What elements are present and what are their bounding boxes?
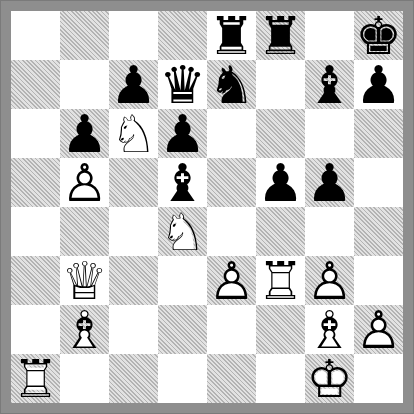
square-c2[interactable] [109,305,158,354]
square-d1[interactable] [158,354,207,403]
black-queen[interactable]: ♛ [158,60,207,109]
piece-outline: ♔ [305,354,354,403]
piece-fill: ♜ [207,11,256,60]
square-c8[interactable] [109,11,158,60]
square-g7[interactable]: ♝ [305,60,354,109]
square-a5[interactable] [11,158,60,207]
square-h8[interactable]: ♚ [354,11,403,60]
square-h7[interactable]: ♟ [354,60,403,109]
square-c1[interactable] [109,354,158,403]
white-bishop[interactable]: ♝♗ [305,305,354,354]
white-pawn[interactable]: ♟♙ [60,158,109,207]
piece-fill: ♟ [354,60,403,109]
white-bishop[interactable]: ♝♗ [60,305,109,354]
square-a4[interactable] [11,207,60,256]
board-frame: ♜♜♚♟♛♞♝♟♟♞♘♟♟♙♝♟♟♞♘♛♕♟♙♜♖♟♙♝♗♝♗♟♙♜♖♚♔ [0,0,414,414]
piece-outline: ♗ [60,305,109,354]
square-d5[interactable]: ♝ [158,158,207,207]
square-h1[interactable] [354,354,403,403]
square-e1[interactable] [207,354,256,403]
piece-outline: ♘ [158,207,207,256]
black-pawn[interactable]: ♟ [256,158,305,207]
white-knight[interactable]: ♞♘ [158,207,207,256]
square-f7[interactable] [256,60,305,109]
square-h6[interactable] [354,109,403,158]
black-pawn[interactable]: ♟ [158,109,207,158]
square-b8[interactable] [60,11,109,60]
black-bishop[interactable]: ♝ [305,60,354,109]
square-a1[interactable]: ♜♖ [11,354,60,403]
piece-outline: ♖ [11,354,60,403]
square-b5[interactable]: ♟♙ [60,158,109,207]
piece-outline: ♖ [256,256,305,305]
piece-outline: ♙ [60,158,109,207]
piece-fill: ♟ [305,158,354,207]
black-bishop[interactable]: ♝ [158,158,207,207]
square-d6[interactable]: ♟ [158,109,207,158]
black-knight[interactable]: ♞ [207,60,256,109]
white-pawn[interactable]: ♟♙ [207,256,256,305]
square-d3[interactable] [158,256,207,305]
black-rook[interactable]: ♜ [207,11,256,60]
white-queen[interactable]: ♛♕ [60,256,109,305]
piece-outline: ♕ [60,256,109,305]
piece-fill: ♝ [158,158,207,207]
square-f6[interactable] [256,109,305,158]
square-e8[interactable]: ♜ [207,11,256,60]
square-a8[interactable] [11,11,60,60]
piece-fill: ♟ [158,109,207,158]
square-b6[interactable]: ♟ [60,109,109,158]
square-h2[interactable]: ♟♙ [354,305,403,354]
white-rook[interactable]: ♜♖ [256,256,305,305]
square-a7[interactable] [11,60,60,109]
square-f2[interactable] [256,305,305,354]
black-pawn[interactable]: ♟ [60,109,109,158]
square-g3[interactable]: ♟♙ [305,256,354,305]
piece-fill: ♚ [354,11,403,60]
square-a6[interactable] [11,109,60,158]
square-e5[interactable] [207,158,256,207]
square-b3[interactable]: ♛♕ [60,256,109,305]
square-e7[interactable]: ♞ [207,60,256,109]
square-g4[interactable] [305,207,354,256]
chess-board: ♜♜♚♟♛♞♝♟♟♞♘♟♟♙♝♟♟♞♘♛♕♟♙♜♖♟♙♝♗♝♗♟♙♜♖♚♔ [11,11,403,403]
piece-outline: ♙ [354,305,403,354]
square-c7[interactable]: ♟ [109,60,158,109]
black-pawn[interactable]: ♟ [354,60,403,109]
square-d4[interactable]: ♞♘ [158,207,207,256]
black-pawn[interactable]: ♟ [305,158,354,207]
square-h3[interactable] [354,256,403,305]
piece-outline: ♘ [109,109,158,158]
black-rook[interactable]: ♜ [256,11,305,60]
square-h5[interactable] [354,158,403,207]
piece-outline: ♗ [305,305,354,354]
piece-fill: ♟ [256,158,305,207]
square-f4[interactable] [256,207,305,256]
square-c4[interactable] [109,207,158,256]
square-f8[interactable]: ♜ [256,11,305,60]
square-c6[interactable]: ♞♘ [109,109,158,158]
square-h4[interactable] [354,207,403,256]
square-g6[interactable] [305,109,354,158]
piece-fill: ♝ [305,60,354,109]
piece-fill: ♛ [158,60,207,109]
piece-outline: ♙ [305,256,354,305]
square-e2[interactable] [207,305,256,354]
white-knight[interactable]: ♞♘ [109,109,158,158]
square-g5[interactable]: ♟ [305,158,354,207]
square-e4[interactable] [207,207,256,256]
white-rook[interactable]: ♜♖ [11,354,60,403]
white-king[interactable]: ♚♔ [305,354,354,403]
square-d7[interactable]: ♛ [158,60,207,109]
piece-fill: ♟ [109,60,158,109]
square-e6[interactable] [207,109,256,158]
square-f3[interactable]: ♜♖ [256,256,305,305]
square-b1[interactable] [60,354,109,403]
black-king[interactable]: ♚ [354,11,403,60]
square-g2[interactable]: ♝♗ [305,305,354,354]
square-b4[interactable] [60,207,109,256]
piece-fill: ♟ [60,109,109,158]
square-f1[interactable] [256,354,305,403]
square-g8[interactable] [305,11,354,60]
square-c5[interactable] [109,158,158,207]
square-d8[interactable] [158,11,207,60]
white-pawn[interactable]: ♟♙ [354,305,403,354]
white-pawn[interactable]: ♟♙ [305,256,354,305]
square-b2[interactable]: ♝♗ [60,305,109,354]
piece-fill: ♜ [256,11,305,60]
square-d2[interactable] [158,305,207,354]
square-b7[interactable] [60,60,109,109]
square-g1[interactable]: ♚♔ [305,354,354,403]
square-a3[interactable] [11,256,60,305]
piece-outline: ♙ [207,256,256,305]
piece-fill: ♞ [207,60,256,109]
square-c3[interactable] [109,256,158,305]
square-e3[interactable]: ♟♙ [207,256,256,305]
square-a2[interactable] [11,305,60,354]
black-pawn[interactable]: ♟ [109,60,158,109]
square-f5[interactable]: ♟ [256,158,305,207]
